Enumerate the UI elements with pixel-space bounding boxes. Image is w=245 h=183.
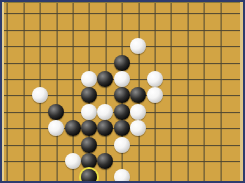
black-stone	[97, 71, 113, 87]
white-stone	[130, 104, 146, 120]
white-stone	[130, 120, 146, 136]
black-stone-last-move	[81, 169, 97, 183]
white-stone	[114, 169, 130, 183]
black-stone	[97, 153, 113, 169]
stone-layer	[0, 5, 245, 183]
white-stone	[48, 120, 64, 136]
white-stone	[97, 104, 113, 120]
white-stone	[114, 137, 130, 153]
white-stone	[130, 38, 146, 54]
white-stone	[81, 104, 97, 120]
black-stone	[81, 153, 97, 169]
white-stone	[81, 71, 97, 87]
black-stone	[65, 120, 81, 136]
black-stone	[114, 87, 130, 103]
white-stone	[147, 87, 163, 103]
black-stone	[81, 87, 97, 103]
white-stone	[32, 87, 48, 103]
gomoku-board[interactable]	[0, 0, 245, 183]
black-stone	[97, 120, 113, 136]
white-stone	[147, 71, 163, 87]
black-stone	[130, 87, 146, 103]
white-stone	[65, 153, 81, 169]
black-stone	[81, 137, 97, 153]
black-stone	[114, 104, 130, 120]
white-stone	[114, 71, 130, 87]
black-stone	[114, 120, 130, 136]
black-stone	[114, 55, 130, 71]
black-stone	[81, 120, 97, 136]
black-stone	[48, 104, 64, 120]
